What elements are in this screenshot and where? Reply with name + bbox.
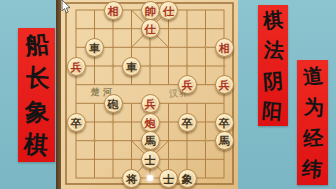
piece-red-soldier[interactable]: 兵	[141, 94, 160, 113]
calligraphy-char: 象	[24, 99, 50, 125]
piece-red-general[interactable]: 帥	[141, 1, 160, 20]
piece-black-soldier[interactable]: 卒	[215, 113, 234, 132]
piece-glyph: 車	[89, 42, 100, 53]
calligraphy-char: 船	[23, 32, 49, 58]
piece-glyph: 卒	[71, 117, 82, 128]
mouse-cursor-icon	[61, 0, 71, 14]
piece-red-advisor[interactable]: 仕	[159, 1, 178, 20]
piece-glyph: 仕	[163, 5, 174, 16]
calligraphy-char: 为	[303, 96, 324, 117]
piece-black-horse[interactable]: 馬	[141, 131, 160, 150]
piece-glyph: 馬	[219, 136, 230, 147]
piece-black-chariot[interactable]: 車	[85, 38, 104, 57]
piece-glyph: 士	[145, 154, 156, 165]
piece-black-elephant[interactable]: 象	[178, 169, 197, 188]
calligraphy-char: 经	[302, 127, 323, 148]
piece-red-soldier[interactable]: 兵	[178, 75, 197, 94]
piece-black-horse[interactable]: 馬	[215, 131, 234, 150]
piece-red-elephant[interactable]: 相	[104, 1, 123, 20]
piece-glyph: 砲	[108, 98, 119, 109]
piece-glyph: 炮	[145, 117, 156, 128]
calligraphy-char: 长	[25, 66, 51, 92]
screenshot-stage: 船长象棋	[0, 0, 336, 189]
calligraphy-char: 棋	[262, 9, 284, 31]
piece-red-cannon[interactable]: 炮	[141, 113, 160, 132]
banner-right-outer-calligraphy: 道为经纬	[297, 60, 328, 185]
piece-glyph: 馬	[145, 136, 156, 147]
piece-black-cannon[interactable]: 砲	[104, 94, 123, 113]
banner-left-calligraphy: 船长象棋	[18, 28, 55, 162]
calligraphy-char: 法	[263, 40, 284, 61]
piece-black-advisor[interactable]: 士	[141, 150, 160, 169]
last-move-dot	[147, 175, 153, 181]
piece-red-soldier[interactable]: 兵	[67, 57, 86, 76]
piece-glyph: 将	[126, 173, 137, 184]
piece-layer: 相帥仕仕相兵兵兵兵炮車車砲卒卒卒馬馬士将士象	[61, 0, 238, 189]
xiangqi-board[interactable]: 楚河 汉界 相帥仕仕相兵兵兵兵炮車車砲卒卒卒馬馬士将士象	[61, 0, 238, 189]
piece-glyph: 兵	[182, 80, 193, 91]
piece-glyph: 卒	[182, 117, 193, 128]
piece-glyph: 兵	[71, 61, 82, 72]
piece-glyph: 兵	[145, 98, 156, 109]
piece-black-advisor[interactable]: 士	[159, 169, 178, 188]
banner-right-inner-calligraphy: 棋法阴阳	[258, 5, 288, 126]
piece-glyph: 兵	[219, 80, 230, 91]
calligraphy-char: 阳	[261, 100, 283, 122]
piece-black-soldier[interactable]: 卒	[178, 113, 197, 132]
piece-glyph: 仕	[145, 24, 156, 35]
calligraphy-char: 纬	[301, 158, 323, 180]
piece-black-general[interactable]: 将	[122, 169, 141, 188]
calligraphy-char: 道	[302, 65, 324, 87]
piece-red-soldier[interactable]: 兵	[215, 75, 234, 94]
piece-glyph: 車	[126, 61, 137, 72]
piece-glyph: 象	[182, 173, 193, 184]
piece-red-advisor[interactable]: 仕	[141, 19, 160, 38]
calligraphy-char: 阴	[262, 70, 283, 91]
piece-glyph: 相	[219, 42, 230, 53]
piece-glyph: 相	[108, 5, 119, 16]
piece-black-soldier[interactable]: 卒	[67, 113, 86, 132]
piece-black-chariot[interactable]: 車	[122, 57, 141, 76]
piece-glyph: 帥	[145, 5, 156, 16]
piece-glyph: 士	[163, 173, 174, 184]
piece-glyph: 卒	[219, 117, 230, 128]
piece-red-elephant[interactable]: 相	[215, 38, 234, 57]
calligraphy-char: 棋	[23, 132, 49, 158]
